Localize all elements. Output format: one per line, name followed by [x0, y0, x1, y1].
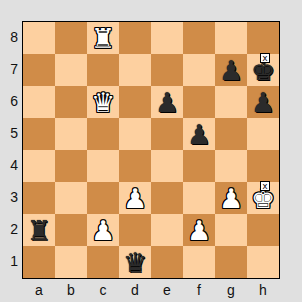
- square-e6[interactable]: ♟: [151, 86, 183, 118]
- file-label-f: f: [183, 280, 215, 300]
- square-b2[interactable]: [55, 214, 87, 246]
- square-d6[interactable]: [119, 86, 151, 118]
- square-e7[interactable]: [151, 54, 183, 86]
- rank-label-6: 6: [0, 85, 18, 117]
- square-c6[interactable]: ♛: [87, 86, 119, 118]
- black-pawn-e6: ♟: [151, 86, 183, 118]
- square-g3[interactable]: ♟: [215, 182, 247, 214]
- square-g8[interactable]: [215, 22, 247, 54]
- square-a5[interactable]: [23, 118, 55, 150]
- square-f2[interactable]: ♟: [183, 214, 215, 246]
- square-d7[interactable]: [119, 54, 151, 86]
- black-rook-a2: ♜: [23, 214, 55, 246]
- chess-app-screen: 87654321 ♜♟♚x♛♟♟♟♟♟♚x♜♟♟♛ abcdefgh: [0, 0, 302, 302]
- square-d2[interactable]: [119, 214, 151, 246]
- square-d8[interactable]: [119, 22, 151, 54]
- square-a7[interactable]: [23, 54, 55, 86]
- file-label-d: d: [119, 280, 151, 300]
- square-h1[interactable]: [247, 246, 279, 278]
- rank-label-2: 2: [0, 213, 18, 245]
- white-queen-c6: ♛: [87, 86, 119, 118]
- square-g4[interactable]: [215, 150, 247, 182]
- square-e8[interactable]: [151, 22, 183, 54]
- white-pawn-c2: ♟: [87, 214, 119, 246]
- square-h3[interactable]: ♚x: [247, 182, 279, 214]
- king-marker-icon: x: [260, 53, 270, 63]
- square-b1[interactable]: [55, 246, 87, 278]
- square-h6[interactable]: ♟: [247, 86, 279, 118]
- file-label-b: b: [55, 280, 87, 300]
- rank-labels: 87654321: [0, 21, 18, 277]
- square-f1[interactable]: [183, 246, 215, 278]
- white-pawn-d3: ♟: [119, 182, 151, 214]
- square-f5[interactable]: ♟: [183, 118, 215, 150]
- square-b4[interactable]: [55, 150, 87, 182]
- square-e5[interactable]: [151, 118, 183, 150]
- white-pawn-f2: ♟: [183, 214, 215, 246]
- square-f3[interactable]: [183, 182, 215, 214]
- square-b7[interactable]: [55, 54, 87, 86]
- black-queen-d1: ♛: [119, 246, 151, 278]
- file-label-e: e: [151, 280, 183, 300]
- square-f6[interactable]: [183, 86, 215, 118]
- square-e2[interactable]: [151, 214, 183, 246]
- square-h5[interactable]: [247, 118, 279, 150]
- black-pawn-h6: ♟: [247, 86, 279, 118]
- square-h8[interactable]: [247, 22, 279, 54]
- square-h4[interactable]: [247, 150, 279, 182]
- square-d1[interactable]: ♛: [119, 246, 151, 278]
- king-marker-icon: x: [260, 181, 270, 191]
- rank-label-1: 1: [0, 245, 18, 277]
- square-c8[interactable]: ♜: [87, 22, 119, 54]
- white-pawn-g3: ♟: [215, 182, 247, 214]
- square-c4[interactable]: [87, 150, 119, 182]
- file-label-c: c: [87, 280, 119, 300]
- file-label-g: g: [215, 280, 247, 300]
- square-e3[interactable]: [151, 182, 183, 214]
- chess-board: ♜♟♚x♛♟♟♟♟♟♚x♜♟♟♛: [22, 21, 280, 279]
- square-c7[interactable]: [87, 54, 119, 86]
- square-g1[interactable]: [215, 246, 247, 278]
- square-d5[interactable]: [119, 118, 151, 150]
- square-a6[interactable]: [23, 86, 55, 118]
- square-a2[interactable]: ♜: [23, 214, 55, 246]
- file-label-a: a: [23, 280, 55, 300]
- black-pawn-g7: ♟: [215, 54, 247, 86]
- square-g5[interactable]: [215, 118, 247, 150]
- square-b3[interactable]: [55, 182, 87, 214]
- square-g7[interactable]: ♟: [215, 54, 247, 86]
- square-a1[interactable]: [23, 246, 55, 278]
- square-h2[interactable]: [247, 214, 279, 246]
- rank-label-3: 3: [0, 181, 18, 213]
- square-f7[interactable]: [183, 54, 215, 86]
- square-a8[interactable]: [23, 22, 55, 54]
- square-b8[interactable]: [55, 22, 87, 54]
- square-f4[interactable]: [183, 150, 215, 182]
- file-labels: abcdefgh: [23, 280, 279, 300]
- black-pawn-f5: ♟: [183, 118, 215, 150]
- square-f8[interactable]: [183, 22, 215, 54]
- square-h7[interactable]: ♚x: [247, 54, 279, 86]
- square-c5[interactable]: [87, 118, 119, 150]
- square-d4[interactable]: [119, 150, 151, 182]
- square-b6[interactable]: [55, 86, 87, 118]
- rank-label-5: 5: [0, 117, 18, 149]
- rank-label-7: 7: [0, 53, 18, 85]
- rank-label-8: 8: [0, 21, 18, 53]
- rank-label-4: 4: [0, 149, 18, 181]
- square-a3[interactable]: [23, 182, 55, 214]
- square-c3[interactable]: [87, 182, 119, 214]
- white-rook-c8: ♜: [87, 22, 119, 54]
- file-label-h: h: [247, 280, 279, 300]
- square-e1[interactable]: [151, 246, 183, 278]
- square-g2[interactable]: [215, 214, 247, 246]
- square-b5[interactable]: [55, 118, 87, 150]
- square-g6[interactable]: [215, 86, 247, 118]
- square-a4[interactable]: [23, 150, 55, 182]
- square-c2[interactable]: ♟: [87, 214, 119, 246]
- square-d3[interactable]: ♟: [119, 182, 151, 214]
- square-c1[interactable]: [87, 246, 119, 278]
- square-e4[interactable]: [151, 150, 183, 182]
